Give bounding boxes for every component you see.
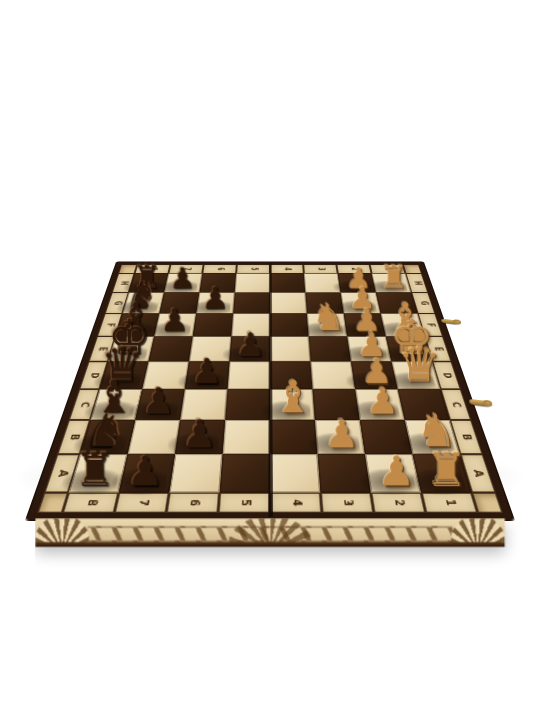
piece-white-pawn-a2[interactable]: ♟ (377, 453, 414, 491)
piece-black-pawn-g6[interactable]: ♟ (201, 285, 228, 313)
square-f7[interactable]: ♟ (154, 314, 196, 337)
coordinate-text: D (440, 372, 452, 378)
piece-white-rook-a1[interactable]: ♜ (425, 449, 466, 491)
brass-latch-hook-1 (441, 319, 459, 325)
piece-black-pawn-h7[interactable]: ♟ (169, 265, 195, 292)
square-h1[interactable]: ♜ (372, 273, 412, 292)
piece-white-queen-d1[interactable]: ♛ (397, 344, 440, 388)
piece-white-pawn-b3[interactable]: ♟ (324, 417, 359, 453)
square-f3[interactable]: ♞ (307, 314, 347, 337)
piece-white-rook-h1[interactable]: ♜ (379, 262, 408, 291)
rank-label-front-5: 5 (218, 493, 270, 513)
piece-black-pawn-b6[interactable]: ♟ (182, 417, 217, 453)
coordinate-text: B (459, 433, 472, 439)
coordinate-text: H (412, 281, 422, 285)
square-a7[interactable]: ♟ (119, 454, 175, 492)
piece-black-rook-a8[interactable]: ♜ (74, 449, 115, 491)
square-b3[interactable]: ♟ (315, 420, 365, 454)
square-h5[interactable] (235, 273, 270, 292)
coordinate-text: 5 (238, 499, 251, 506)
piece-white-bishop-c4[interactable]: ♝ (272, 377, 312, 418)
chess-board: 87654321H♜♟♟♜HG♞♟♟GF♝♟♞♟♝FE♚♟♟♚ED♛♟♟♛DC♝… (27, 262, 513, 520)
rank-label-front-4: 4 (270, 493, 322, 513)
board-front-face (35, 518, 504, 547)
piece-white-pawn-c2[interactable]: ♟ (366, 385, 399, 419)
rank-label-front-1: 1 (421, 493, 478, 513)
rank-label-back-4: 4 (270, 265, 304, 274)
coordinate-text: 1 (442, 499, 456, 506)
square-a2[interactable]: ♟ (365, 454, 421, 492)
rank-label-back-3: 3 (303, 265, 338, 274)
square-b5[interactable] (222, 420, 270, 454)
square-a4[interactable] (270, 454, 320, 492)
product-photo-stage: 87654321H♜♟♟♜HG♞♟♟GF♝♟♞♟♝FE♚♟♟♚ED♛♟♟♛DC♝… (0, 0, 540, 720)
rank-label-front-7: 7 (114, 493, 169, 513)
square-h4[interactable] (270, 273, 305, 292)
square-g5[interactable] (233, 293, 270, 314)
coordinate-text: 3 (316, 267, 324, 270)
rank-label-front-2: 2 (371, 493, 426, 513)
coordinate-text: 3 (340, 499, 353, 506)
coordinate-text: A (470, 469, 484, 476)
square-e5[interactable]: ♟ (229, 336, 270, 361)
coordinate-text: 4 (289, 499, 302, 506)
coordinate-text: 4 (283, 267, 291, 270)
coordinate-text: 6 (215, 267, 223, 270)
corner-fan-carving-left (35, 518, 89, 547)
brass-latch-hook-2 (469, 399, 490, 407)
coordinate-text: 5 (249, 267, 257, 270)
square-g4[interactable] (270, 293, 307, 314)
rank-label-front-3: 3 (320, 493, 373, 513)
square-e4[interactable] (270, 336, 311, 361)
square-e7[interactable] (148, 336, 192, 361)
piece-black-pawn-f7[interactable]: ♟ (160, 306, 188, 335)
square-a1[interactable]: ♜ (413, 454, 472, 492)
coordinate-text: 2 (391, 499, 405, 506)
square-a6[interactable] (169, 454, 222, 492)
rank-label-front-8: 8 (62, 493, 119, 513)
square-d5[interactable] (227, 362, 270, 390)
square-a5[interactable] (220, 454, 270, 492)
center-medallion-carving (229, 518, 311, 547)
square-h7[interactable]: ♟ (164, 273, 202, 292)
square-g6[interactable]: ♟ (196, 293, 234, 314)
frame-corner (472, 493, 503, 513)
corner-fan-carving-right (451, 518, 505, 547)
square-c4[interactable]: ♝ (270, 389, 315, 420)
square-f6[interactable] (193, 314, 233, 337)
square-c7[interactable]: ♟ (135, 389, 185, 420)
piece-black-pawn-c7[interactable]: ♟ (142, 385, 175, 419)
square-d6[interactable]: ♟ (185, 362, 230, 390)
rank-label-back-5: 5 (236, 265, 270, 274)
coordinate-text: 8 (84, 499, 98, 506)
piece-black-pawn-d6[interactable]: ♟ (191, 356, 222, 388)
coordinate-text: 7 (135, 499, 149, 506)
piece-black-pawn-a7[interactable]: ♟ (126, 453, 163, 491)
rank-label-back-6: 6 (202, 265, 237, 274)
piece-black-pawn-e5[interactable]: ♟ (235, 330, 265, 360)
piece-white-knight-f3[interactable]: ♞ (311, 301, 344, 335)
square-b6[interactable]: ♟ (175, 420, 225, 454)
square-c2[interactable]: ♟ (355, 389, 405, 420)
coordinate-text: 6 (187, 499, 200, 506)
rank-label-front-6: 6 (166, 493, 219, 513)
